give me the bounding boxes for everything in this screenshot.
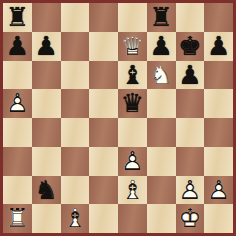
white-pawn-outline: ♙ [176, 176, 205, 205]
square-g6[interactable]: ♟ [176, 61, 205, 90]
square-e3[interactable]: ♟♙ [118, 147, 147, 176]
white-pawn[interactable]: ♟♙ [176, 176, 205, 205]
black-knight-glyph: ♞ [32, 176, 61, 205]
black-pawn-glyph: ♟ [176, 61, 205, 90]
white-queen[interactable]: ♛♕ [118, 32, 147, 61]
chess-board: ♜♜♟♟♛♕♟♚♟♝♞♘♟♟♙♛♟♙♞♝♗♟♙♟♙♜♖♝♗♚♔ [3, 3, 233, 233]
black-queen-glyph: ♛ [118, 89, 147, 118]
square-d1[interactable] [89, 204, 118, 233]
square-d3[interactable] [89, 147, 118, 176]
square-a1[interactable]: ♜♖ [3, 204, 32, 233]
black-knight[interactable]: ♞ [32, 176, 61, 205]
square-e2[interactable]: ♝♗ [118, 176, 147, 205]
square-c1[interactable]: ♝♗ [61, 204, 90, 233]
square-a6[interactable] [3, 61, 32, 90]
square-g2[interactable]: ♟♙ [176, 176, 205, 205]
square-g4[interactable] [176, 118, 205, 147]
black-pawn-glyph: ♟ [204, 32, 233, 61]
square-a7[interactable]: ♟ [3, 32, 32, 61]
square-f3[interactable] [147, 147, 176, 176]
white-pawn[interactable]: ♟♙ [3, 89, 32, 118]
white-rook-outline: ♖ [3, 204, 32, 233]
white-king[interactable]: ♚♔ [176, 204, 205, 233]
black-king-glyph: ♚ [176, 32, 205, 61]
white-pawn-outline: ♙ [3, 89, 32, 118]
square-a8[interactable]: ♜ [3, 3, 32, 32]
square-h2[interactable]: ♟♙ [204, 176, 233, 205]
square-h6[interactable] [204, 61, 233, 90]
square-a2[interactable] [3, 176, 32, 205]
black-rook[interactable]: ♜ [3, 3, 32, 32]
square-h4[interactable] [204, 118, 233, 147]
square-c3[interactable] [61, 147, 90, 176]
square-c6[interactable] [61, 61, 90, 90]
square-f4[interactable] [147, 118, 176, 147]
white-pawn[interactable]: ♟♙ [204, 176, 233, 205]
black-queen[interactable]: ♛ [118, 89, 147, 118]
square-h5[interactable] [204, 89, 233, 118]
black-rook-glyph: ♜ [3, 3, 32, 32]
black-pawn[interactable]: ♟ [204, 32, 233, 61]
black-king[interactable]: ♚ [176, 32, 205, 61]
square-f2[interactable] [147, 176, 176, 205]
square-d7[interactable] [89, 32, 118, 61]
square-f7[interactable]: ♟ [147, 32, 176, 61]
square-c7[interactable] [61, 32, 90, 61]
square-b7[interactable]: ♟ [32, 32, 61, 61]
square-d2[interactable] [89, 176, 118, 205]
square-b6[interactable] [32, 61, 61, 90]
white-bishop[interactable]: ♝♗ [118, 176, 147, 205]
white-pawn-outline: ♙ [204, 176, 233, 205]
square-b4[interactable] [32, 118, 61, 147]
square-b3[interactable] [32, 147, 61, 176]
black-pawn[interactable]: ♟ [32, 32, 61, 61]
black-rook-glyph: ♜ [147, 3, 176, 32]
square-b1[interactable] [32, 204, 61, 233]
white-pawn-outline: ♙ [118, 147, 147, 176]
square-e4[interactable] [118, 118, 147, 147]
square-d8[interactable] [89, 3, 118, 32]
square-c2[interactable] [61, 176, 90, 205]
square-g3[interactable] [176, 147, 205, 176]
white-queen-outline: ♕ [118, 32, 147, 61]
black-pawn-glyph: ♟ [147, 32, 176, 61]
white-knight-outline: ♘ [147, 61, 176, 90]
square-d4[interactable] [89, 118, 118, 147]
white-king-outline: ♔ [176, 204, 205, 233]
square-c5[interactable] [61, 89, 90, 118]
square-e5[interactable]: ♛ [118, 89, 147, 118]
square-d5[interactable] [89, 89, 118, 118]
black-pawn[interactable]: ♟ [176, 61, 205, 90]
white-bishop[interactable]: ♝♗ [61, 204, 90, 233]
square-e7[interactable]: ♛♕ [118, 32, 147, 61]
square-b8[interactable] [32, 3, 61, 32]
square-e8[interactable] [118, 3, 147, 32]
black-pawn[interactable]: ♟ [3, 32, 32, 61]
square-g5[interactable] [176, 89, 205, 118]
black-bishop-glyph: ♝ [118, 61, 147, 90]
square-b5[interactable] [32, 89, 61, 118]
square-e1[interactable] [118, 204, 147, 233]
square-f5[interactable] [147, 89, 176, 118]
square-a3[interactable] [3, 147, 32, 176]
white-knight[interactable]: ♞♘ [147, 61, 176, 90]
white-rook[interactable]: ♜♖ [3, 204, 32, 233]
square-h1[interactable] [204, 204, 233, 233]
square-f6[interactable]: ♞♘ [147, 61, 176, 90]
square-h8[interactable] [204, 3, 233, 32]
square-a5[interactable]: ♟♙ [3, 89, 32, 118]
square-g7[interactable]: ♚ [176, 32, 205, 61]
black-pawn-glyph: ♟ [32, 32, 61, 61]
square-f8[interactable]: ♜ [147, 3, 176, 32]
square-e6[interactable]: ♝ [118, 61, 147, 90]
square-h7[interactable]: ♟ [204, 32, 233, 61]
white-bishop-outline: ♗ [118, 176, 147, 205]
chess-board-frame: ♜♜♟♟♛♕♟♚♟♝♞♘♟♟♙♛♟♙♞♝♗♟♙♟♙♜♖♝♗♚♔ [0, 0, 236, 236]
black-pawn[interactable]: ♟ [147, 32, 176, 61]
black-bishop[interactable]: ♝ [118, 61, 147, 90]
black-pawn-glyph: ♟ [3, 32, 32, 61]
white-pawn[interactable]: ♟♙ [118, 147, 147, 176]
square-c8[interactable] [61, 3, 90, 32]
square-b2[interactable]: ♞ [32, 176, 61, 205]
square-a4[interactable] [3, 118, 32, 147]
square-g8[interactable] [176, 3, 205, 32]
square-d6[interactable] [89, 61, 118, 90]
square-g1[interactable]: ♚♔ [176, 204, 205, 233]
square-f1[interactable] [147, 204, 176, 233]
white-bishop-outline: ♗ [61, 204, 90, 233]
square-c4[interactable] [61, 118, 90, 147]
black-rook[interactable]: ♜ [147, 3, 176, 32]
square-h3[interactable] [204, 147, 233, 176]
